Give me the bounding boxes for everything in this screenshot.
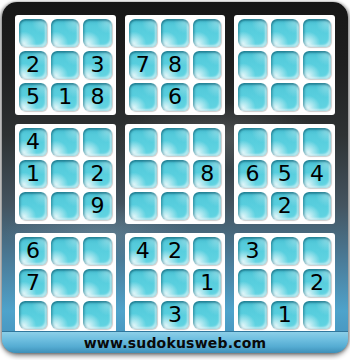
cell-r7c4[interactable]: 4 <box>129 237 157 265</box>
box-2-2: 8 <box>125 124 226 224</box>
cell-r7c8[interactable] <box>271 237 299 265</box>
cell-r5c1[interactable]: 1 <box>19 160 47 188</box>
cell-r1c9[interactable] <box>303 19 331 47</box>
cell-r1c7[interactable] <box>238 19 266 47</box>
cell-r3c1[interactable]: 5 <box>19 83 47 111</box>
cell-r2c1[interactable]: 2 <box>19 51 47 79</box>
cell-r9c2[interactable] <box>51 301 79 329</box>
cell-r3c9[interactable] <box>303 83 331 111</box>
cell-r1c3[interactable] <box>83 19 111 47</box>
cell-r8c8[interactable] <box>271 269 299 297</box>
site-url-link[interactable]: www.sudokusweb.com <box>84 335 267 351</box>
cell-r4c1[interactable]: 4 <box>19 128 47 156</box>
cell-r7c2[interactable] <box>51 237 79 265</box>
cell-r8c6[interactable]: 1 <box>193 269 221 297</box>
cell-r6c2[interactable] <box>51 192 79 220</box>
cell-r2c6[interactable] <box>193 51 221 79</box>
cell-r3c3[interactable]: 8 <box>83 83 111 111</box>
cell-r8c2[interactable] <box>51 269 79 297</box>
cell-r5c3[interactable]: 2 <box>83 160 111 188</box>
cell-r1c1[interactable] <box>19 19 47 47</box>
cell-r9c5[interactable]: 3 <box>161 301 189 329</box>
cell-r7c5[interactable]: 2 <box>161 237 189 265</box>
cell-r8c9[interactable]: 2 <box>303 269 331 297</box>
cell-r1c8[interactable] <box>271 19 299 47</box>
cell-r4c5[interactable] <box>161 128 189 156</box>
box-3-3: 321 <box>234 233 335 333</box>
cell-r4c3[interactable] <box>83 128 111 156</box>
cell-r8c5[interactable] <box>161 269 189 297</box>
cell-r1c4[interactable] <box>129 19 157 47</box>
cell-r8c7[interactable] <box>238 269 266 297</box>
cell-r2c5[interactable]: 8 <box>161 51 189 79</box>
puzzle-frame: 23518786412986542674213321 www.sudokuswe… <box>2 2 348 353</box>
cell-r1c2[interactable] <box>51 19 79 47</box>
cell-r2c7[interactable] <box>238 51 266 79</box>
cell-r5c5[interactable] <box>161 160 189 188</box>
cell-r3c4[interactable] <box>129 83 157 111</box>
cell-r2c8[interactable] <box>271 51 299 79</box>
cell-r3c6[interactable] <box>193 83 221 111</box>
cell-r5c2[interactable] <box>51 160 79 188</box>
cell-r5c7[interactable]: 6 <box>238 160 266 188</box>
cell-r5c6[interactable]: 8 <box>193 160 221 188</box>
box-2-1: 4129 <box>15 124 116 224</box>
cell-r6c7[interactable] <box>238 192 266 220</box>
cell-r6c4[interactable] <box>129 192 157 220</box>
cell-r6c3[interactable]: 9 <box>83 192 111 220</box>
cell-r4c7[interactable] <box>238 128 266 156</box>
cell-r9c3[interactable] <box>83 301 111 329</box>
cell-r8c1[interactable]: 7 <box>19 269 47 297</box>
cell-r4c2[interactable] <box>51 128 79 156</box>
cell-r2c3[interactable]: 3 <box>83 51 111 79</box>
cell-r3c2[interactable]: 1 <box>51 83 79 111</box>
cell-r4c6[interactable] <box>193 128 221 156</box>
box-1-2: 786 <box>125 15 226 115</box>
cell-r3c7[interactable] <box>238 83 266 111</box>
cell-r9c9[interactable] <box>303 301 331 329</box>
cell-r5c9[interactable]: 4 <box>303 160 331 188</box>
cell-r2c2[interactable] <box>51 51 79 79</box>
cell-r2c9[interactable] <box>303 51 331 79</box>
cell-r9c1[interactable] <box>19 301 47 329</box>
cell-r6c8[interactable]: 2 <box>271 192 299 220</box>
cell-r6c1[interactable] <box>19 192 47 220</box>
cell-r9c4[interactable] <box>129 301 157 329</box>
cell-r1c5[interactable] <box>161 19 189 47</box>
cell-r6c5[interactable] <box>161 192 189 220</box>
footer-band: www.sudokusweb.com <box>2 331 348 353</box>
cell-r3c8[interactable] <box>271 83 299 111</box>
cell-r2c4[interactable]: 7 <box>129 51 157 79</box>
cell-r3c5[interactable]: 6 <box>161 83 189 111</box>
box-3-1: 67 <box>15 233 116 333</box>
sudoku-board: 23518786412986542674213321 <box>15 15 335 333</box>
cell-r4c4[interactable] <box>129 128 157 156</box>
cell-r9c7[interactable] <box>238 301 266 329</box>
cell-r9c6[interactable] <box>193 301 221 329</box>
cell-r7c9[interactable] <box>303 237 331 265</box>
cell-r7c7[interactable]: 3 <box>238 237 266 265</box>
box-1-3 <box>234 15 335 115</box>
cell-r6c9[interactable] <box>303 192 331 220</box>
cell-r8c4[interactable] <box>129 269 157 297</box>
cell-r6c6[interactable] <box>193 192 221 220</box>
box-2-3: 6542 <box>234 124 335 224</box>
cell-r8c3[interactable] <box>83 269 111 297</box>
cell-r5c4[interactable] <box>129 160 157 188</box>
cell-r5c8[interactable]: 5 <box>271 160 299 188</box>
cell-r1c6[interactable] <box>193 19 221 47</box>
box-1-1: 23518 <box>15 15 116 115</box>
cell-r9c8[interactable]: 1 <box>271 301 299 329</box>
cell-r4c8[interactable] <box>271 128 299 156</box>
cell-r7c6[interactable] <box>193 237 221 265</box>
box-3-2: 4213 <box>125 233 226 333</box>
cell-r7c3[interactable] <box>83 237 111 265</box>
cell-r7c1[interactable]: 6 <box>19 237 47 265</box>
cell-r4c9[interactable] <box>303 128 331 156</box>
